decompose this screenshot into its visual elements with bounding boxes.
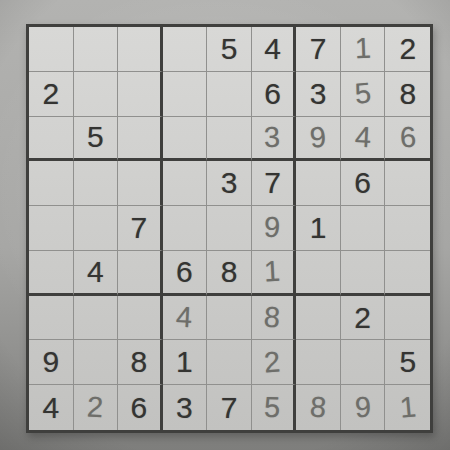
cell-r7c5[interactable] bbox=[207, 296, 252, 341]
cell-r2c4[interactable] bbox=[163, 72, 208, 117]
cell-r3c8[interactable]: 4 bbox=[341, 117, 386, 162]
cell-r7c3[interactable] bbox=[118, 296, 163, 341]
cell-r5c1[interactable] bbox=[29, 206, 74, 251]
digit-hand: 8 bbox=[263, 303, 281, 333]
cell-r4c3[interactable] bbox=[118, 161, 163, 206]
cell-r8c7[interactable] bbox=[296, 340, 341, 385]
cell-r9c5[interactable]: 7 bbox=[207, 385, 252, 430]
cell-r6c8[interactable] bbox=[341, 251, 386, 296]
digit-hand: 8 bbox=[309, 392, 328, 422]
cell-r1c4[interactable] bbox=[163, 27, 208, 72]
cell-r9c6[interactable]: 5 bbox=[252, 385, 297, 430]
digit-given: 4 bbox=[87, 257, 104, 287]
cell-r8c4[interactable]: 1 bbox=[163, 340, 208, 385]
digit-given: 2 bbox=[354, 303, 371, 333]
cell-r4c4[interactable] bbox=[163, 161, 208, 206]
cell-r1c6[interactable]: 4 bbox=[252, 27, 297, 72]
cell-r9c8[interactable]: 9 bbox=[341, 385, 386, 430]
cell-r9c4[interactable]: 3 bbox=[163, 385, 208, 430]
cell-r6c9[interactable] bbox=[385, 251, 430, 296]
cell-r1c2[interactable] bbox=[74, 27, 119, 72]
cell-r5c2[interactable] bbox=[74, 206, 119, 251]
digit-given: 6 bbox=[176, 257, 193, 287]
cell-r9c3[interactable]: 6 bbox=[118, 385, 163, 430]
digit-hand: 2 bbox=[263, 347, 281, 377]
cell-r6c6[interactable]: 1 bbox=[252, 251, 297, 296]
digit-given: 8 bbox=[131, 347, 148, 377]
digit-given: 3 bbox=[221, 168, 238, 198]
cell-r7c9[interactable] bbox=[385, 296, 430, 341]
digit-hand: 1 bbox=[354, 34, 371, 64]
cell-r7c2[interactable] bbox=[74, 296, 119, 341]
digit-hand: 4 bbox=[176, 303, 194, 333]
cell-r2c6[interactable]: 6 bbox=[252, 72, 297, 117]
cell-r4c1[interactable] bbox=[29, 161, 74, 206]
cell-r7c4[interactable]: 4 bbox=[163, 296, 208, 341]
cell-r3c7[interactable]: 9 bbox=[296, 117, 341, 162]
digit-given: 1 bbox=[310, 213, 327, 243]
digit-hand: 1 bbox=[398, 392, 417, 422]
cell-r2c7[interactable]: 3 bbox=[296, 72, 341, 117]
digit-given: 6 bbox=[264, 79, 281, 109]
cell-r5c8[interactable] bbox=[341, 206, 386, 251]
cell-r7c6[interactable]: 8 bbox=[252, 296, 297, 341]
cell-r6c5[interactable]: 8 bbox=[207, 251, 252, 296]
cell-r2c2[interactable] bbox=[74, 72, 119, 117]
digit-given: 4 bbox=[42, 393, 59, 423]
cell-r5c9[interactable] bbox=[385, 206, 430, 251]
cell-r4c5[interactable]: 3 bbox=[207, 161, 252, 206]
cell-r1c1[interactable] bbox=[29, 27, 74, 72]
digit-given: 7 bbox=[264, 168, 281, 198]
cell-r8c1[interactable]: 9 bbox=[29, 340, 74, 385]
digit-given: 2 bbox=[399, 34, 416, 64]
digit-hand: 9 bbox=[309, 122, 328, 152]
cell-r1c3[interactable] bbox=[118, 27, 163, 72]
cell-r5c5[interactable] bbox=[207, 206, 252, 251]
cell-r8c6[interactable]: 2 bbox=[252, 340, 297, 385]
cell-r5c6[interactable]: 9 bbox=[252, 206, 297, 251]
cell-r6c3[interactable] bbox=[118, 251, 163, 296]
cell-r2c8[interactable]: 5 bbox=[341, 72, 386, 117]
cell-r8c5[interactable] bbox=[207, 340, 252, 385]
digit-given: 6 bbox=[354, 168, 371, 198]
cell-r1c8[interactable]: 1 bbox=[341, 27, 386, 72]
cell-r9c9[interactable]: 1 bbox=[385, 385, 430, 430]
cell-r3c1[interactable] bbox=[29, 117, 74, 162]
cell-r5c7[interactable]: 1 bbox=[296, 206, 341, 251]
cell-r3c2[interactable]: 5 bbox=[74, 117, 119, 162]
digit-hand: 1 bbox=[264, 257, 282, 287]
digit-given: 6 bbox=[131, 393, 148, 423]
digit-given: 5 bbox=[399, 347, 416, 377]
cell-r4c2[interactable] bbox=[74, 161, 119, 206]
cell-r6c2[interactable]: 4 bbox=[74, 251, 119, 296]
cell-r6c4[interactable]: 6 bbox=[163, 251, 208, 296]
cell-r4c7[interactable] bbox=[296, 161, 341, 206]
digit-given: 8 bbox=[221, 257, 238, 287]
cell-r5c3[interactable]: 7 bbox=[118, 206, 163, 251]
digit-hand: 9 bbox=[354, 393, 371, 423]
cell-r9c2[interactable]: 2 bbox=[74, 385, 119, 430]
digit-given: 2 bbox=[42, 79, 59, 109]
digit-hand: 9 bbox=[264, 213, 282, 243]
cell-r4c6[interactable]: 7 bbox=[252, 161, 297, 206]
digit-hand: 5 bbox=[353, 79, 372, 109]
cell-r3c5[interactable] bbox=[207, 117, 252, 162]
digit-hand: 6 bbox=[399, 123, 417, 153]
digit-given: 9 bbox=[42, 347, 59, 377]
cell-r2c3[interactable] bbox=[118, 72, 163, 117]
cell-r6c7[interactable] bbox=[296, 251, 341, 296]
cell-r6c1[interactable] bbox=[29, 251, 74, 296]
cell-r8c8[interactable] bbox=[341, 340, 386, 385]
cell-r1c9[interactable]: 2 bbox=[385, 27, 430, 72]
digit-given: 7 bbox=[310, 34, 327, 64]
digit-given: 4 bbox=[264, 34, 281, 64]
digit-given: 5 bbox=[87, 122, 104, 152]
digit-hand: 4 bbox=[354, 123, 372, 153]
cell-r8c3[interactable]: 8 bbox=[118, 340, 163, 385]
cell-r2c1[interactable]: 2 bbox=[29, 72, 74, 117]
sudoku-board: 5471226358539463767914681482981254263758… bbox=[26, 24, 433, 433]
cell-r8c2[interactable] bbox=[74, 340, 119, 385]
digit-given: 3 bbox=[176, 393, 193, 423]
digit-hand: 2 bbox=[87, 393, 105, 423]
digit-hand: 3 bbox=[264, 123, 281, 153]
digit-given: 3 bbox=[310, 79, 327, 109]
digit-given: 7 bbox=[221, 393, 238, 423]
cell-r3c4[interactable] bbox=[163, 117, 208, 162]
cell-r9c7[interactable]: 8 bbox=[296, 385, 341, 430]
cell-r1c7[interactable]: 7 bbox=[296, 27, 341, 72]
cell-r3c6[interactable]: 3 bbox=[252, 117, 297, 162]
cell-r9c1[interactable]: 4 bbox=[29, 385, 74, 430]
photo-background: 5471226358539463767914681482981254263758… bbox=[0, 0, 450, 450]
cell-r4c9[interactable] bbox=[385, 161, 430, 206]
cell-r5c4[interactable] bbox=[163, 206, 208, 251]
cell-r8c9[interactable]: 5 bbox=[385, 340, 430, 385]
cell-r3c9[interactable]: 6 bbox=[385, 117, 430, 162]
cell-r7c1[interactable] bbox=[29, 296, 74, 341]
cell-r7c7[interactable] bbox=[296, 296, 341, 341]
digit-hand: 5 bbox=[264, 393, 281, 423]
cell-r7c8[interactable]: 2 bbox=[341, 296, 386, 341]
digit-given: 7 bbox=[131, 213, 148, 243]
digit-given: 8 bbox=[399, 79, 416, 109]
cell-r1c5[interactable]: 5 bbox=[207, 27, 252, 72]
cell-r2c5[interactable] bbox=[207, 72, 252, 117]
digit-given: 5 bbox=[221, 34, 238, 64]
cell-r3c3[interactable] bbox=[118, 117, 163, 162]
cell-r2c9[interactable]: 8 bbox=[385, 72, 430, 117]
digit-given: 1 bbox=[176, 347, 193, 377]
cell-r4c8[interactable]: 6 bbox=[341, 161, 386, 206]
